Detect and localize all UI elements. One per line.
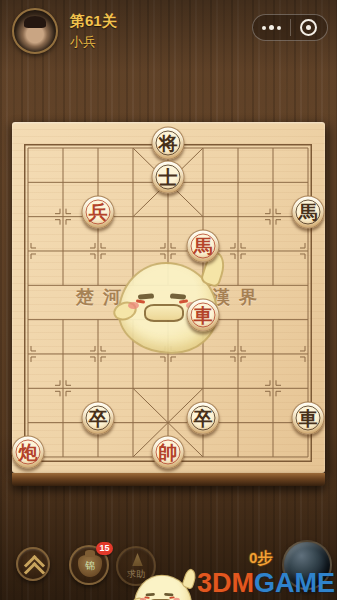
- expand-menu-button[interactable]: [16, 547, 50, 581]
- piece-red-general[interactable]: 帥: [152, 435, 185, 468]
- level-title: 第61关: [70, 12, 117, 31]
- xiangqi-board[interactable]: 楚河 漢界 将士兵馬馬車卒卒車炮帥: [12, 122, 325, 473]
- piece-red-cannon[interactable]: 炮: [12, 435, 45, 468]
- piece-red-horse[interactable]: 馬: [187, 229, 220, 262]
- piece-red-soldier[interactable]: 兵: [82, 195, 115, 228]
- piece-red-chariot[interactable]: 車: [187, 298, 220, 331]
- bottom-mascot: [134, 570, 192, 600]
- site-watermark: 3DMGAME: [197, 568, 335, 599]
- player-avatar[interactable]: [12, 8, 58, 54]
- capsule-target-icon: [300, 19, 317, 36]
- help-hands-icon: [131, 553, 144, 566]
- hint-bag-button[interactable]: 锦 15: [69, 545, 109, 585]
- piece-black-advisor[interactable]: 士: [152, 161, 185, 194]
- step-counter: 0步: [249, 549, 272, 568]
- piece-black-soldier[interactable]: 卒: [82, 401, 115, 434]
- piece-black-chariot[interactable]: 車: [292, 401, 325, 434]
- more-icon: [262, 25, 281, 30]
- level-name: 小兵: [70, 33, 96, 51]
- exit-button[interactable]: [291, 15, 328, 40]
- bottom-bar: 锦 15 求助 0步 3DMGAME: [0, 538, 337, 600]
- river-label-right: 漢界: [212, 285, 266, 309]
- miniprogram-capsule: [252, 14, 328, 41]
- header: 第61关 小兵: [0, 0, 337, 60]
- bag-count-badge: 15: [96, 542, 113, 555]
- piece-black-soldier[interactable]: 卒: [187, 401, 220, 434]
- more-button[interactable]: [253, 15, 290, 40]
- piece-black-general[interactable]: 将: [152, 127, 185, 160]
- xiangqi-app: 第61关 小兵 楚河 漢界 将士兵馬馬車卒: [0, 0, 337, 600]
- brocade-bag-icon: 锦: [78, 555, 102, 577]
- piece-black-horse[interactable]: 馬: [292, 195, 325, 228]
